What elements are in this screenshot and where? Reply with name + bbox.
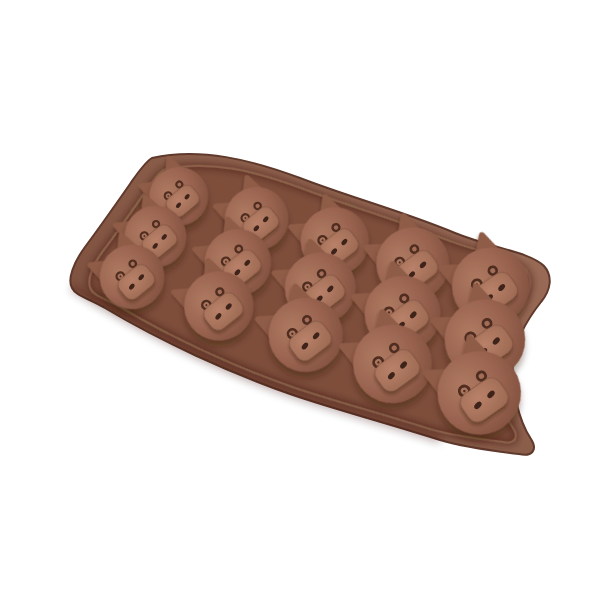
product-photo-stage (0, 0, 600, 600)
chocolate-mold-photo (0, 0, 600, 600)
mold-tray (70, 148, 549, 454)
